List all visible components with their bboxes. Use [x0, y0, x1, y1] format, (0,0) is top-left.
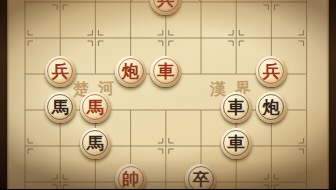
- piece-ring: [47, 94, 73, 120]
- piece-ball: 兵: [45, 56, 76, 87]
- piece-black-soldier[interactable]: 卒: [183, 164, 218, 189]
- piece-black-chariot[interactable]: 車: [219, 128, 254, 164]
- piece-red-pawn[interactable]: 兵: [43, 56, 78, 92]
- piece-ball: 馬: [45, 92, 76, 123]
- piece-ball: 馬: [80, 92, 111, 123]
- piece-ball: 炮: [256, 92, 287, 123]
- piece-ring: [118, 166, 144, 189]
- piece-black-chariot[interactable]: 車: [219, 92, 254, 128]
- piece-ring: [47, 58, 73, 84]
- piece-black-horse[interactable]: 馬: [78, 128, 113, 164]
- board[interactable]: 兵兵炮車兵馬馬車炮馬車帥卒: [7, 0, 324, 189]
- piece-ring: [258, 94, 284, 120]
- piece-black-cannon[interactable]: 炮: [254, 92, 289, 128]
- piece-ball: 兵: [256, 56, 287, 87]
- piece-ball: 車: [150, 56, 181, 87]
- piece-ring: [223, 130, 249, 156]
- piece-ring: [258, 58, 284, 84]
- piece-ring: [223, 94, 249, 120]
- piece-ring: [153, 0, 179, 12]
- piece-red-general[interactable]: 帥: [113, 164, 148, 189]
- piece-ball: 馬: [80, 128, 111, 159]
- right-edge-strip: [329, 0, 336, 189]
- piece-ball: 帥: [115, 164, 146, 190]
- xiangqi-game-screen: 楚河 漢界 兵兵炮車兵馬馬車炮馬車帥卒: [0, 0, 336, 189]
- piece-ball: 車: [221, 128, 252, 159]
- piece-red-pawn[interactable]: 兵: [254, 56, 289, 92]
- piece-ball: 兵: [150, 0, 181, 15]
- piece-red-pawn[interactable]: 兵: [148, 0, 183, 20]
- piece-ring: [188, 166, 214, 189]
- piece-black-horse[interactable]: 馬: [43, 92, 78, 128]
- piece-ring: [82, 130, 108, 156]
- piece-ball: 炮: [115, 56, 146, 87]
- piece-ball: 卒: [185, 164, 216, 190]
- piece-red-cannon[interactable]: 炮: [113, 56, 148, 92]
- piece-red-chariot[interactable]: 車: [148, 56, 183, 92]
- piece-ring: [118, 58, 144, 84]
- left-edge-strip: [0, 0, 7, 189]
- piece-ball: 車: [221, 92, 252, 123]
- piece-ring: [153, 58, 179, 84]
- piece-ring: [82, 94, 108, 120]
- piece-red-horse[interactable]: 馬: [78, 92, 113, 128]
